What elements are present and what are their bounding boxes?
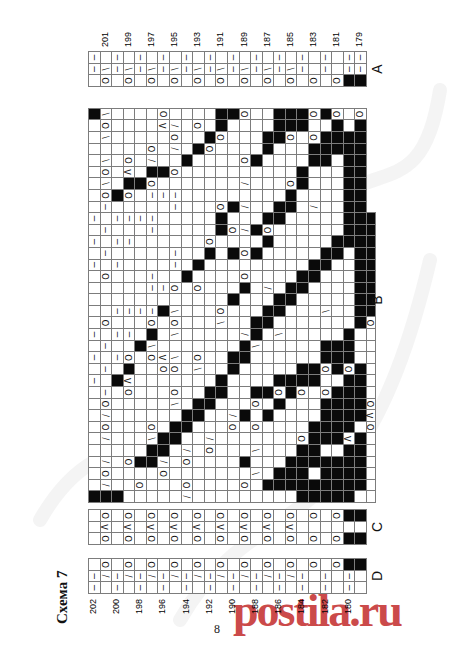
stitch-cell (297, 340, 309, 352)
row-number (343, 23, 355, 49)
stitch-cell: \ (286, 63, 298, 75)
stitch-cell: \ (170, 328, 182, 340)
stitch-cell (193, 224, 205, 236)
stitch-cell (124, 259, 136, 271)
stitch-cell (367, 444, 377, 456)
stitch-cell (135, 143, 147, 155)
row-number: 191 (215, 23, 227, 49)
stitch-cell (309, 351, 321, 363)
stitch-cell (274, 166, 286, 178)
no-stitch-cell (297, 456, 309, 468)
no-stitch-cell (297, 479, 309, 491)
no-stitch-cell (228, 363, 240, 375)
stitch-cell (147, 490, 159, 502)
stitch-cell: O (193, 558, 205, 570)
stitch-cell (216, 421, 228, 433)
no-stitch-cell (135, 456, 147, 468)
stitch-cell (297, 235, 309, 247)
stitch-cell (332, 444, 344, 456)
no-stitch-cell (89, 490, 101, 502)
no-stitch-cell (344, 386, 356, 398)
stitch-cell (205, 374, 217, 386)
stitch-cell (297, 328, 309, 340)
stitch-cell: − (89, 351, 101, 363)
scanned-page: postila.ru 8 Схема 7 2022001981961941921… (0, 0, 460, 652)
no-stitch-cell (355, 386, 367, 398)
no-stitch-cell (286, 479, 298, 491)
stitch-cell (297, 509, 309, 521)
stitch-cell (228, 270, 240, 282)
stitch-cell (216, 189, 228, 201)
stitch-cell: \ (170, 63, 182, 75)
stitch-cell (332, 63, 344, 75)
stitch-cell (355, 490, 367, 502)
no-stitch-cell (263, 235, 275, 247)
no-stitch-cell (321, 131, 333, 143)
stitch-cell (263, 154, 275, 166)
stitch-cell (228, 444, 240, 456)
no-stitch-cell (124, 363, 136, 375)
no-stitch-cell (367, 224, 377, 236)
stitch-cell: O (101, 532, 113, 544)
stitch-cell (297, 143, 309, 155)
stitch-cell (367, 467, 377, 479)
page-number: 8 (214, 622, 220, 637)
no-stitch-cell (147, 166, 159, 178)
stitch-cell: − (135, 581, 147, 593)
no-stitch-cell (332, 432, 344, 444)
stitch-cell (286, 224, 298, 236)
stitch-cell (170, 374, 182, 386)
stitch-cell: O (158, 363, 170, 375)
stitch-cell (251, 143, 263, 155)
stitch-cell: O (344, 363, 356, 375)
stitch-cell (309, 581, 321, 593)
stitch-cell (193, 189, 205, 201)
stitch-cell: O (147, 317, 159, 329)
stitch-cell (158, 177, 170, 189)
stitch-cell (251, 509, 263, 521)
row-number (100, 597, 112, 623)
stitch-cell (274, 177, 286, 189)
stitch-cell: O (147, 509, 159, 521)
no-stitch-cell (274, 119, 286, 131)
stitch-cell (274, 235, 286, 247)
no-stitch-cell (274, 212, 286, 224)
no-stitch-cell (355, 154, 367, 166)
stitch-cell (158, 490, 170, 502)
stitch-cell (228, 490, 240, 502)
stitch-cell (89, 432, 101, 444)
stitch-cell (274, 351, 286, 363)
stitch-cell (124, 51, 136, 63)
no-stitch-cell (251, 154, 263, 166)
stitch-cell (101, 293, 113, 305)
no-stitch-cell (297, 490, 309, 502)
stitch-cell: O (193, 282, 205, 294)
stitch-cell: O (147, 177, 159, 189)
stitch-cell: − (89, 51, 101, 63)
stitch-cell: − (147, 282, 159, 294)
stitch-cell (89, 398, 101, 410)
stitch-cell (309, 409, 321, 421)
stitch-cell (228, 467, 240, 479)
stitch-cell (101, 212, 113, 224)
no-stitch-cell (344, 479, 356, 491)
stitch-cell (332, 166, 344, 178)
stitch-cell: / (170, 119, 182, 131)
stitch-cell (193, 456, 205, 468)
stitch-cell (274, 247, 286, 259)
stitch-cell (321, 224, 333, 236)
stitch-cell (309, 247, 321, 259)
no-stitch-cell (309, 479, 321, 491)
stitch-cell (367, 386, 377, 398)
stitch-cell (367, 432, 377, 444)
stitch-cell: / (101, 432, 113, 444)
stitch-cell: O (182, 479, 194, 491)
stitch-cell: − (274, 581, 286, 593)
stitch-cell (147, 386, 159, 398)
no-stitch-cell (332, 363, 344, 375)
stitch-cell: Λ (344, 432, 356, 444)
stitch-cell (309, 282, 321, 294)
stitch-cell (344, 521, 356, 533)
stitch-cell (205, 293, 217, 305)
stitch-cell: \ (147, 432, 159, 444)
stitch-cell (251, 363, 263, 375)
stitch-cell: O (193, 509, 205, 521)
stitch-cell: O (240, 479, 252, 491)
stitch-cell (240, 166, 252, 178)
stitch-cell: − (170, 189, 182, 201)
stitch-cell (147, 201, 159, 213)
stitch-cell (321, 532, 333, 544)
stitch-cell: O (101, 317, 113, 329)
stitch-cell (89, 270, 101, 282)
row-number (181, 23, 193, 49)
no-stitch-cell (297, 119, 309, 131)
no-stitch-cell (286, 119, 298, 131)
stitch-cell (274, 444, 286, 456)
stitch-cell (274, 154, 286, 166)
no-stitch-cell (332, 386, 344, 398)
stitch-cell (251, 374, 263, 386)
stitch-cell (170, 479, 182, 491)
stitch-cell (297, 201, 309, 213)
no-stitch-cell (355, 189, 367, 201)
no-stitch-cell (355, 509, 367, 521)
stitch-cell: O (170, 131, 182, 143)
stitch-cell: / (101, 456, 113, 468)
stitch-cell (193, 374, 205, 386)
no-stitch-cell (170, 421, 182, 433)
stitch-cell: / (263, 570, 275, 582)
stitch-cell (182, 340, 194, 352)
stitch-cell (101, 282, 113, 294)
no-stitch-cell (240, 351, 252, 363)
stitch-cell (367, 490, 377, 502)
no-stitch-cell (286, 386, 298, 398)
stitch-cell (182, 317, 194, 329)
no-stitch-cell (344, 201, 356, 213)
no-stitch-cell (344, 212, 356, 224)
stitch-cell: Λ (101, 521, 113, 533)
stitch-cell: − (297, 51, 309, 63)
stitch-cell (205, 509, 217, 521)
row-number: 180 (343, 597, 355, 623)
stitch-cell (101, 143, 113, 155)
stitch-cell: O (216, 558, 228, 570)
stitch-cell (321, 509, 333, 521)
stitch-cell: O (240, 558, 252, 570)
stitch-cell: O (297, 386, 309, 398)
stitch-cell: \ (251, 444, 263, 456)
no-stitch-cell (344, 189, 356, 201)
row-number: 189 (239, 23, 251, 49)
no-stitch-cell (216, 386, 228, 398)
stitch-cell (124, 108, 136, 120)
stitch-cell (240, 143, 252, 155)
no-stitch-cell (251, 247, 263, 259)
stitch-cell (205, 108, 217, 120)
stitch-cell (124, 270, 136, 282)
stitch-cell (205, 456, 217, 468)
stitch-cell (274, 74, 286, 86)
stitch-cell (112, 131, 124, 143)
stitch-cell (112, 409, 124, 421)
no-stitch-cell (355, 247, 367, 259)
stitch-cell: − (228, 63, 240, 75)
no-stitch-cell (263, 212, 275, 224)
stitch-cell: − (158, 581, 170, 593)
stitch-cell (274, 270, 286, 282)
no-stitch-cell (112, 189, 124, 201)
stitch-cell (286, 581, 298, 593)
stitch-cell (135, 558, 147, 570)
no-stitch-cell (344, 421, 356, 433)
stitch-cell: O (263, 509, 275, 521)
no-stitch-cell (344, 444, 356, 456)
stitch-cell: O (309, 131, 321, 143)
stitch-cell (309, 212, 321, 224)
stitch-cell (205, 259, 217, 271)
stitch-cell (182, 305, 194, 317)
stitch-cell: Λ (263, 521, 275, 533)
stitch-cell (332, 270, 344, 282)
no-stitch-cell (263, 305, 275, 317)
stitch-cell (240, 235, 252, 247)
stitch-cell (112, 386, 124, 398)
no-stitch-cell (228, 351, 240, 363)
stitch-cell (332, 521, 344, 533)
stitch-cell: \ (124, 63, 136, 75)
stitch-cell (147, 293, 159, 305)
stitch-cell (240, 212, 252, 224)
stitch-cell (89, 409, 101, 421)
no-stitch-cell (297, 374, 309, 386)
stitch-cell (355, 570, 367, 582)
row-number (192, 597, 204, 623)
stitch-cell: O (124, 74, 136, 86)
no-stitch-cell (367, 259, 377, 271)
no-stitch-cell (240, 409, 252, 421)
stitch-cell: − (135, 212, 147, 224)
stitch-cell (297, 259, 309, 271)
stitch-cell (112, 558, 124, 570)
no-stitch-cell (216, 212, 228, 224)
stitch-cell: O (170, 509, 182, 521)
stitch-cell (228, 328, 240, 340)
stitch-cell: − (112, 63, 124, 75)
no-stitch-cell (297, 108, 309, 120)
stitch-cell (263, 166, 275, 178)
stitch-cell (205, 166, 217, 178)
stitch-cell: − (355, 51, 367, 63)
stitch-cell (286, 305, 298, 317)
stitch-cell: − (274, 63, 286, 75)
stitch-cell: O (309, 558, 321, 570)
stitch-cell: Λ (124, 166, 136, 178)
stitch-cell: − (124, 212, 136, 224)
no-stitch-cell (332, 247, 344, 259)
stitch-cell (89, 282, 101, 294)
row-number (296, 23, 308, 49)
stitch-cell (355, 581, 367, 593)
no-stitch-cell (321, 421, 333, 433)
no-stitch-cell (297, 282, 309, 294)
stitch-cell (216, 270, 228, 282)
stitch-cell: O (216, 305, 228, 317)
stitch-cell (170, 154, 182, 166)
no-stitch-cell (147, 444, 159, 456)
stitch-cell: O (332, 108, 344, 120)
stitch-cell (158, 259, 170, 271)
stitch-cell: O (240, 532, 252, 544)
stitch-cell (228, 305, 240, 317)
no-stitch-cell (309, 363, 321, 375)
stitch-cell (205, 282, 217, 294)
stitch-cell (321, 212, 333, 224)
no-stitch-cell (321, 351, 333, 363)
stitch-cell: O (274, 386, 286, 398)
stitch-cell: O (147, 74, 159, 86)
stitch-cell: \ (216, 63, 228, 75)
stitch-cell (89, 119, 101, 131)
stitch-cell: − (251, 63, 263, 75)
stitch-cell (286, 340, 298, 352)
stitch-cell (158, 201, 170, 213)
stitch-cell (286, 259, 298, 271)
stitch-cell (205, 521, 217, 533)
stitch-cell (89, 166, 101, 178)
stitch-cell (216, 328, 228, 340)
stitch-cell (344, 119, 356, 131)
stitch-cell (135, 521, 147, 533)
stitch-cell (297, 351, 309, 363)
no-stitch-cell (286, 293, 298, 305)
no-stitch-cell (216, 119, 228, 131)
stitch-cell (263, 270, 275, 282)
no-stitch-cell (332, 235, 344, 247)
stitch-cell (112, 282, 124, 294)
stitch-cell (263, 51, 275, 63)
no-stitch-cell (355, 259, 367, 271)
stitch-cell: − (147, 212, 159, 224)
stitch-cell (182, 259, 194, 271)
no-stitch-cell (158, 305, 170, 317)
stitch-cell (112, 108, 124, 120)
stitch-cell (240, 317, 252, 329)
stitch-cell (286, 212, 298, 224)
row-number: 197 (146, 23, 158, 49)
stitch-cell (158, 235, 170, 247)
stitch-cell (135, 224, 147, 236)
row-number: 183 (308, 23, 320, 49)
stitch-cell: O (321, 363, 333, 375)
row-number (227, 23, 239, 49)
stitch-cell: O (216, 532, 228, 544)
row-number: 188 (250, 597, 262, 623)
stitch-cell: − (89, 374, 101, 386)
stitch-cell (251, 490, 263, 502)
stitch-cell: O (286, 509, 298, 521)
stitch-cell: − (89, 235, 101, 247)
no-stitch-cell (355, 409, 367, 421)
stitch-cell (344, 259, 356, 271)
stitch-cell (89, 224, 101, 236)
row-number: 185 (285, 23, 297, 49)
stitch-cell (112, 317, 124, 329)
stitch-cell (263, 432, 275, 444)
stitch-cell (344, 270, 356, 282)
no-stitch-cell (344, 490, 356, 502)
no-stitch-cell (344, 374, 356, 386)
stitch-cell (182, 386, 194, 398)
stitch-cell (321, 189, 333, 201)
stitch-cell (193, 444, 205, 456)
stitch-cell: O (286, 74, 298, 86)
no-stitch-cell (286, 189, 298, 201)
stitch-cell (101, 328, 113, 340)
no-stitch-cell (344, 166, 356, 178)
no-stitch-cell (321, 154, 333, 166)
no-stitch-cell (332, 490, 344, 502)
no-stitch-cell (355, 119, 367, 131)
stitch-cell (274, 509, 286, 521)
stitch-cell (216, 398, 228, 410)
stitch-cell: / (147, 570, 159, 582)
stitch-cell (89, 143, 101, 155)
no-stitch-cell (228, 293, 240, 305)
no-stitch-cell (332, 143, 344, 155)
row-number: 184 (296, 597, 308, 623)
stitch-cell: / (240, 570, 252, 582)
stitch-cell (182, 398, 194, 410)
stitch-cell (101, 581, 113, 593)
stitch-cell: − (112, 305, 124, 317)
stitch-cell: O (205, 235, 217, 247)
stitch-cell: − (135, 63, 147, 75)
stitch-cell (332, 212, 344, 224)
stitch-cell (286, 432, 298, 444)
stitch-cell (205, 558, 217, 570)
chart-band-A: −−O\−−O\−−O\−−O\−−O\−−O\−−O\−−O\−−O\−−O−… (88, 51, 367, 87)
stitch-cell (124, 293, 136, 305)
stitch-cell (182, 282, 194, 294)
stitch-cell: \ (101, 154, 113, 166)
stitch-cell (367, 456, 377, 468)
